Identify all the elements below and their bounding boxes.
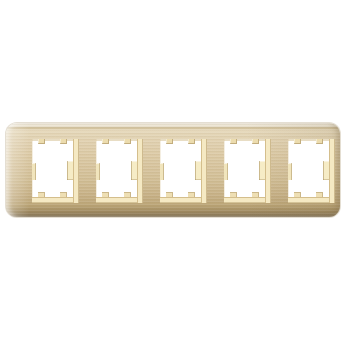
fixing-tab-top-right <box>124 139 131 144</box>
fixing-tab-bottom-left <box>102 192 109 197</box>
fixing-tab-top-right <box>316 139 323 144</box>
window-module <box>96 139 143 203</box>
fixing-tab-right <box>323 161 329 180</box>
fixing-tab-top-right <box>60 139 67 144</box>
fixing-tab-bottom-right <box>316 192 323 197</box>
fixing-tab-top-left <box>294 139 301 144</box>
fixing-tab-bottom-left <box>38 192 45 197</box>
inner-lip-bottom <box>96 197 137 203</box>
fixing-tab-right <box>195 161 201 180</box>
fixing-tab-top-left <box>230 139 237 144</box>
fixing-tab-left <box>160 163 164 180</box>
inner-lip-right <box>73 139 79 203</box>
inner-lip-bottom <box>288 197 329 203</box>
fixing-tab-left <box>32 163 36 180</box>
window-module <box>224 139 271 203</box>
fixing-tab-top-left <box>102 139 109 144</box>
fixing-tab-top-right <box>188 139 195 144</box>
inner-lip-bottom <box>160 197 201 203</box>
window-module <box>32 139 79 203</box>
fixing-tab-bottom-left <box>230 192 237 197</box>
fixing-tab-right <box>131 161 137 180</box>
fixing-tab-right <box>259 161 265 180</box>
inner-lip-right <box>329 139 335 203</box>
fixing-tab-bottom-right <box>252 192 259 197</box>
fixing-tab-bottom-left <box>166 192 173 197</box>
fixing-tab-left <box>224 163 228 180</box>
fixing-tab-bottom-left <box>294 192 301 197</box>
fixing-tab-bottom-right <box>60 192 67 197</box>
fixing-tab-bottom-right <box>188 192 195 197</box>
inner-lip-right <box>265 139 271 203</box>
fixing-tab-left <box>96 163 100 180</box>
switch-frame <box>6 123 340 217</box>
fixing-tab-bottom-right <box>124 192 131 197</box>
window-module <box>160 139 207 203</box>
inner-lip-right <box>201 139 207 203</box>
fixing-tab-top-right <box>252 139 259 144</box>
fixing-tab-left <box>288 163 292 180</box>
inner-lip-bottom <box>32 197 73 203</box>
fixing-tab-top-left <box>166 139 173 144</box>
fixing-tab-top-left <box>38 139 45 144</box>
inner-lip-right <box>137 139 143 203</box>
inner-lip-bottom <box>224 197 265 203</box>
window-module <box>288 139 335 203</box>
fixing-tab-right <box>67 161 73 180</box>
product-photo <box>0 0 345 345</box>
